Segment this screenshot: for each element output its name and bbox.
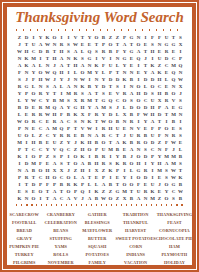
grid-cell: N [114,55,121,62]
grid-cell: R [121,160,128,167]
grid-cell: B [163,90,170,97]
grid-cell: O [65,174,72,181]
grid-cell: K [149,62,156,69]
word-list-item: BUTTER [79,234,115,242]
grid-cell: G [170,41,177,48]
grid-cell: V [51,146,58,153]
grid-cell: E [156,174,163,181]
grid-cell: H [79,146,86,153]
grid-cell: S [16,76,23,83]
grid-cell: B [58,181,65,188]
grid-cell: B [107,181,114,188]
grid-cell: T [58,188,65,195]
grid-cell: D [100,83,107,90]
grid-cell: B [51,97,58,104]
grid-cell: G [128,34,135,41]
grid-cell: Q [58,125,65,132]
grid-cell: R [58,41,65,48]
grid-cell: M [107,146,114,153]
grid-cell: S [100,90,107,97]
grid-cell: A [72,48,79,55]
grid-cell: J [170,146,177,153]
grid-cell: P [114,167,121,174]
grid-cell: G [170,181,177,188]
grid-cell: A [16,62,23,69]
grid-cell: W [86,125,93,132]
grid-cell: O [128,160,135,167]
grid-cell: I [107,55,114,62]
grid-cell: A [58,118,65,125]
grid-cell: T [30,174,37,181]
grid-cell: O [128,181,135,188]
grid-cell: H [135,90,142,97]
grid-cell: B [100,34,107,41]
grid-cell: A [93,132,100,139]
grid-cell: B [93,139,100,146]
word-list-item: SWEET POTATOES [115,234,155,242]
grid-cell: L [128,167,135,174]
word-list: SCARECROWFOOTBALLBREADGRAVYPUMPKIN PIETU… [6,210,193,268]
grid-cell: Y [93,69,100,76]
grid-cell: W [44,69,51,76]
word-list-item: STUFFING [42,234,78,242]
grid-cell: N [128,83,135,90]
grid-cell: X [93,167,100,174]
grid-cell: I [86,188,93,195]
grid-cell: Q [170,69,177,76]
grid-cell: O [121,181,128,188]
grid-cell: Y [142,118,149,125]
grid-cell: S [23,188,30,195]
grid-cell: W [100,195,107,202]
grid-cell: O [79,69,86,76]
grid-cell: N [23,125,30,132]
grid-cell: I [149,174,156,181]
grid-cell: O [93,34,100,41]
grid-cell: S [51,153,58,160]
grid-cell: Q [177,62,184,69]
grid-cell: K [44,34,51,41]
grid-cell: Y [100,111,107,118]
grid-cell: Z [16,34,23,41]
grid-cell: Y [149,160,156,167]
grid-cell: K [107,167,114,174]
grid-cell: N [135,34,142,41]
grid-cell: Z [72,146,79,153]
grid-cell: V [170,97,177,104]
grid-cell: R [142,188,149,195]
grid-cell: E [135,69,142,76]
grid-cell: T [44,188,51,195]
grid-cell: C [107,132,114,139]
grid-cell: I [135,76,142,83]
grid-cell: T [23,146,30,153]
grid-cell: R [23,174,30,181]
word-list-area: SCARECROWFOOTBALLBREADGRAVYPUMPKIN PIETU… [6,210,193,268]
word-list-item: HAM [156,242,193,250]
grid-cell: O [72,160,79,167]
grid-cell: N [170,83,177,90]
grid-cell: Z [72,167,79,174]
grid-cell: H [107,125,114,132]
grid-cell: L [72,174,79,181]
word-list-item: INDIANS [115,250,155,258]
grid-cell: M [170,160,177,167]
grid-cell: P [177,55,184,62]
grid-cell: L [114,111,121,118]
grid-cell: D [107,76,114,83]
grid-cell: N [72,76,79,83]
grid-cell: B [37,139,44,146]
grid-cell: D [142,90,149,97]
word-list-item: THANKSGIVING [156,210,193,218]
word-list-item: PUMPKIN PIE [6,242,42,250]
grid-cell: A [128,146,135,153]
grid-cell: N [51,41,58,48]
grid-cell: Z [44,153,51,160]
grid-cell: I [37,55,44,62]
grid-cell: B [114,146,121,153]
grid-cell: O [135,83,142,90]
grid-cell: P [23,90,30,97]
grid-cell: R [142,167,149,174]
grid-cell: H [44,174,51,181]
grid-cell: M [170,62,177,69]
grid-cell: C [170,188,177,195]
grid-cell: J [114,104,121,111]
grid-cell: T [44,195,51,202]
grid-cell: V [135,125,142,132]
grid-cell: S [79,55,86,62]
grid-cell: P [93,146,100,153]
grid-cell: S [163,174,170,181]
grid-cell: X [121,195,128,202]
grid-cell: K [23,62,30,69]
grid-cell: J [128,153,135,160]
grid-cell: E [142,41,149,48]
grid-cell: K [79,83,86,90]
grid-cell: O [170,90,177,97]
grid-cell: L [93,181,100,188]
grid-cell: L [114,62,121,69]
grid-cell: I [128,174,135,181]
grid-cell: S [65,48,72,55]
grid-cell: X [177,41,184,48]
grid-cell: T [93,90,100,97]
grid-cell: I [135,118,142,125]
grid-cell: D [30,181,37,188]
grid-cell: P [16,125,23,132]
grid-cell: A [93,104,100,111]
grid-cell: A [58,104,65,111]
word-list-item: BREAD [6,226,42,234]
grid-cell: T [72,125,79,132]
grid-cell: R [65,181,72,188]
grid-cell: X [177,83,184,90]
grid-cell: R [100,48,107,55]
grid-cell: H [51,55,58,62]
grid-cell: R [30,111,37,118]
grid-cell: I [86,76,93,83]
grid-cell: L [30,132,37,139]
grid-cell: R [93,111,100,118]
grid-cell: Y [58,76,65,83]
grid-cell: C [142,97,149,104]
grid-cell: E [30,125,37,132]
word-list-item: BEANS [42,226,78,234]
grid-cell: I [37,195,44,202]
grid-cell: K [16,153,23,160]
grid-cell: E [44,160,51,167]
grid-cell: A [58,62,65,69]
grid-cell: I [23,153,30,160]
grid-cell: O [100,139,107,146]
grid-cell: N [177,69,184,76]
grid-cell: F [86,111,93,118]
grid-cell: T [114,69,121,76]
grid-cell: C [65,146,72,153]
grid-cell: O [163,125,170,132]
grid-cell: I [121,83,128,90]
grid-cell: B [128,76,135,83]
grid-cell: K [121,76,128,83]
grid-cell: Z [156,62,163,69]
word-list-item: CELEBRATION [42,218,78,226]
grid-cell: W [170,139,177,146]
grid-cell: K [23,55,30,62]
grid-cell: C [156,83,163,90]
grid-cell: P [100,174,107,181]
grid-cell: D [163,55,170,62]
grid-cell: T [128,41,135,48]
grid-cell: L [86,181,93,188]
grid-cell: F [16,69,23,76]
grid-cell: I [135,62,142,69]
grid-cell: U [128,132,135,139]
grid-cell: W [44,76,51,83]
grid-cell: D [23,160,30,167]
grid-cell: O [30,90,37,97]
grid-cell: O [51,174,58,181]
grid-cell: L [16,97,23,104]
grid-cell: L [79,48,86,55]
grid-cell: J [65,167,72,174]
grid-cell: U [16,132,23,139]
grid-cell: H [44,167,51,174]
grid-cell: I [30,34,37,41]
grid-cell: I [142,34,149,41]
grid-cell: U [163,34,170,41]
word-list-item: POTATOES [79,250,115,258]
grid-cell: P [156,125,163,132]
grid-cell: R [72,90,79,97]
grid-cell: A [30,62,37,69]
grid-cell: P [16,174,23,181]
grid-cell: A [65,83,72,90]
grid-cell: V [114,90,121,97]
grid-cell: V [79,125,86,132]
grid-cell: E [156,188,163,195]
grid-cell: Q [170,76,177,83]
grid-cell: H [149,104,156,111]
grid-cell: S [177,97,184,104]
grid-cell: A [51,195,58,202]
grid-cell: T [156,118,163,125]
grid-cell: E [177,139,184,146]
grid-cell: U [149,97,156,104]
grid-cell: N [65,55,72,62]
grid-cell: P [156,104,163,111]
grid-cell: I [58,90,65,97]
grid-cell: E [128,55,135,62]
grid-cell: N [128,69,135,76]
grid-cell: P [107,69,114,76]
grid-cell: N [177,111,184,118]
grid-cell: W [79,76,86,83]
grid-cell: B [107,48,114,55]
word-list-item: ROLLS [42,250,78,258]
grid-cell: T [163,111,170,118]
grid-cell: C [58,195,65,202]
grid-cell: R [100,125,107,132]
grid-cell: N [79,118,86,125]
grid-cell: S [177,125,184,132]
grid-cell: T [93,97,100,104]
grid-cell: D [23,104,30,111]
grid-cell: G [86,55,93,62]
grid-cell: Z [107,188,114,195]
grid-cell: F [156,132,163,139]
grid-cell: T [177,167,184,174]
grid-cell: T [170,34,177,41]
grid-cell: E [121,146,128,153]
grid-cell: A [51,160,58,167]
word-list-stitch-divider [16,204,184,206]
grid-cell: J [51,76,58,83]
grid-cell: Z [156,139,163,146]
grid-cell: B [114,118,121,125]
grid-cell: D [149,76,156,83]
grid-cell: H [30,139,37,146]
word-list-item: GATHER [79,210,115,218]
grid-cell: S [149,41,156,48]
grid-cell: N [16,55,23,62]
word-list-item: YAMS [42,242,78,250]
grid-cell: B [128,111,135,118]
grid-cell: C [58,174,65,181]
grid-cell: R [135,132,142,139]
grid-cell: X [58,167,65,174]
grid-cell: L [58,83,65,90]
word-list-item: MAYFLOWER [79,226,115,234]
grid-cell: D [142,104,149,111]
grid-cell: H [79,167,86,174]
grid-cell: H [156,90,163,97]
grid-cell: O [65,188,72,195]
grid-cell: O [135,174,142,181]
grid-cell: D [128,104,135,111]
grid-cell: U [107,62,114,69]
grid-cell: Y [65,104,72,111]
grid-cell: G [114,188,121,195]
grid-cell: E [163,69,170,76]
grid-cell: P [51,181,58,188]
grid-cell: E [30,188,37,195]
grid-cell: C [37,146,44,153]
grid-cell: F [114,48,121,55]
grid-cell: T [65,160,72,167]
title-stitch-divider [16,29,184,31]
grid-cell: Y [37,34,44,41]
grid-cell: F [37,160,44,167]
grid-cell: G [100,97,107,104]
grid-cell: E [16,188,23,195]
grid-cell: A [65,195,72,202]
grid-cell: R [37,104,44,111]
grid-cell: B [93,153,100,160]
grid-cell: N [23,195,30,202]
grid-cell: N [16,167,23,174]
grid-cell: P [121,34,128,41]
grid-cell: I [149,55,156,62]
grid-cell: B [142,132,149,139]
grid-cell: T [114,181,121,188]
grid-cell: E [142,125,149,132]
word-list-item: VACATION [115,258,155,266]
grid-cell: I [16,160,23,167]
grid-cell: N [128,125,135,132]
grid-cell: Y [93,83,100,90]
grid-cell: U [51,139,58,146]
grid-cell: O [51,34,58,41]
grid-cell: A [163,160,170,167]
grid-cell: K [72,55,79,62]
grid-cell: B [65,111,72,118]
grid-cell: S [58,160,65,167]
grid-cell: K [114,160,121,167]
word-list-item: GRAVY [6,234,42,242]
grid-cell: B [79,132,86,139]
grid-cell: A [149,118,156,125]
grid-cell: Y [51,132,58,139]
grid-cell: U [156,55,163,62]
grid-cell: O [30,153,37,160]
grid-cell: Z [58,139,65,146]
grid-cell: P [37,153,44,160]
grid-cell: I [142,160,149,167]
grid-cell: S [44,83,51,90]
grid-cell: E [44,139,51,146]
grid-cell: I [65,153,72,160]
grid-cell: A [44,125,51,132]
grid-cell: I [65,34,72,41]
grid-cell: L [30,83,37,90]
grid-cell: F [135,181,142,188]
grid-cell: I [163,118,170,125]
grid-cell: T [93,118,100,125]
grid-cell: D [142,76,149,83]
grid-cell: E [142,181,149,188]
word-list-item: TRADITION [115,210,155,218]
grid-cell: U [114,125,121,132]
grid-cell: T [93,41,100,48]
grid-cell: W [142,111,149,118]
word-list-item: FOOTBALL [6,218,42,226]
grid-cell: F [44,181,51,188]
grid-cell: C [65,118,72,125]
grid-cell: O [107,41,114,48]
grid-cell: H [37,76,44,83]
